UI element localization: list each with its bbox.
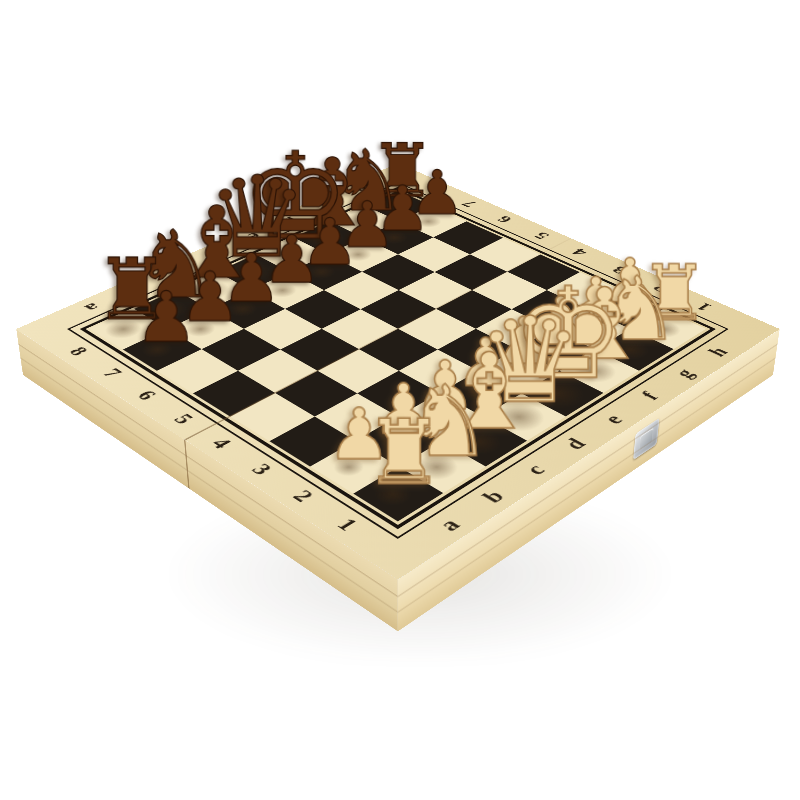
rank-label-6-left: 6 <box>131 387 162 403</box>
rank-label-5-left: 5 <box>167 411 198 428</box>
black-pawn-icon: ♟ <box>84 283 248 353</box>
rank-label-5-right: 5 <box>529 230 553 242</box>
rank-label-7-left: 7 <box>96 365 127 381</box>
chess-board: aabbccddeeffgghh1122334455667788 ♜♞♝♛♚♝♞… <box>16 163 780 579</box>
chess-board-box: aabbccddeeffgghh1122334455667788 ♜♞♝♛♚♝♞… <box>16 163 780 579</box>
rank-label-4-left: 4 <box>205 435 237 453</box>
scene: aabbccddeeffgghh1122334455667788 ♜♞♝♛♚♝♞… <box>0 0 800 800</box>
product-photo-stage: aabbccddeeffgghh1122334455667788 ♜♞♝♛♚♝♞… <box>0 0 800 800</box>
metal-clasp[interactable] <box>633 418 659 460</box>
white-rook-icon: ♜ <box>310 408 497 497</box>
file-label-a-near: a <box>432 514 465 535</box>
rank-label-1-left: 1 <box>330 514 363 535</box>
box-fold-seam <box>184 439 190 489</box>
metal-clasp-hook <box>639 428 654 451</box>
